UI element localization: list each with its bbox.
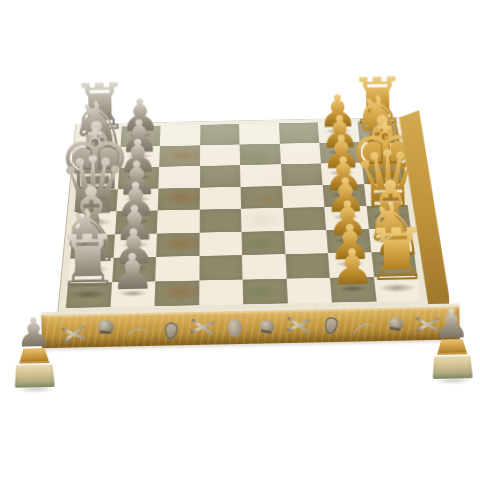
square-e1[interactable] (74, 189, 117, 212)
square-c7[interactable] (326, 229, 371, 253)
square-b8[interactable] (371, 251, 417, 276)
board-top (57, 117, 429, 313)
square-c8[interactable] (368, 228, 413, 252)
square-e7[interactable] (323, 184, 366, 207)
square-g1[interactable] (78, 147, 120, 169)
square-c3[interactable] (156, 232, 199, 256)
square-f6[interactable] (280, 163, 322, 185)
saber-icon (348, 312, 377, 341)
foot-onyx-base (14, 364, 54, 388)
square-f2[interactable] (117, 167, 159, 189)
square-h6[interactable] (278, 122, 319, 143)
square-f8[interactable] (361, 162, 404, 184)
chess-set-photo: ♜♞♝♛♚♝♞♜♟♟♟♟♟♟♟♟♟♟♟♟♟♟♟♟♜♞♝♛♚♝♞♜ ♟ ♟ (0, 0, 480, 480)
square-a8[interactable] (374, 276, 421, 302)
square-e3[interactable] (158, 187, 200, 210)
square-b3[interactable] (155, 256, 199, 281)
crossed-swords-icon (285, 310, 313, 338)
square-a2[interactable] (110, 281, 155, 307)
square-c2[interactable] (113, 233, 157, 257)
square-g2[interactable] (119, 146, 160, 168)
square-d6[interactable] (283, 207, 326, 231)
square-a6[interactable] (286, 277, 332, 303)
breastplate-icon (221, 314, 248, 341)
square-c5[interactable] (242, 231, 285, 255)
chess-board: ♜♞♝♛♚♝♞♜♟♟♟♟♟♟♟♟♟♟♟♟♟♟♟♟♜♞♝♛♚♝♞♜ (57, 117, 429, 313)
square-f5[interactable] (240, 164, 282, 186)
square-f1[interactable] (76, 168, 118, 190)
square-h4[interactable] (200, 124, 240, 145)
square-b1[interactable] (68, 258, 113, 283)
square-g3[interactable] (159, 145, 200, 167)
square-d3[interactable] (157, 210, 199, 234)
square-e4[interactable] (199, 187, 241, 210)
square-b2[interactable] (112, 257, 156, 282)
square-d5[interactable] (241, 208, 284, 232)
square-h3[interactable] (160, 125, 200, 146)
board-grid (66, 121, 421, 308)
square-h5[interactable] (239, 123, 279, 144)
square-f3[interactable] (158, 166, 199, 188)
square-b4[interactable] (199, 255, 243, 280)
foot-onyx-base (432, 355, 472, 379)
square-d4[interactable] (199, 209, 241, 233)
saber-icon (124, 317, 152, 345)
foot-figurine-icon: ♟ (15, 312, 52, 353)
square-f7[interactable] (321, 163, 364, 185)
helmet-icon (92, 314, 120, 342)
square-d7[interactable] (324, 206, 368, 230)
square-d2[interactable] (115, 210, 158, 234)
square-a3[interactable] (154, 280, 199, 306)
square-e2[interactable] (116, 188, 158, 211)
square-b7[interactable] (328, 252, 374, 277)
square-h8[interactable] (357, 121, 399, 142)
square-a1[interactable] (66, 282, 112, 308)
square-h2[interactable] (120, 126, 161, 147)
square-d1[interactable] (72, 211, 116, 235)
square-e8[interactable] (364, 183, 408, 206)
square-g8[interactable] (359, 141, 402, 163)
square-a4[interactable] (199, 279, 243, 305)
square-h1[interactable] (80, 126, 121, 147)
square-c4[interactable] (199, 232, 242, 256)
square-e6[interactable] (282, 185, 325, 208)
scene: ♜♞♝♛♚♝♞♜♟♟♟♟♟♟♟♟♟♟♟♟♟♟♟♟♜♞♝♛♚♝♞♜ (0, 0, 480, 480)
square-a5[interactable] (243, 278, 288, 304)
square-b5[interactable] (242, 254, 286, 279)
helmet-icon (253, 314, 281, 342)
square-d8[interactable] (366, 205, 411, 229)
crossed-swords-icon (59, 318, 88, 347)
square-e5[interactable] (241, 186, 283, 209)
square-b6[interactable] (285, 253, 330, 278)
shield-icon (156, 316, 185, 345)
square-g6[interactable] (279, 143, 320, 165)
corner-foot-right: ♟ (427, 306, 477, 383)
foot-figurine-icon: ♟ (433, 303, 470, 344)
square-a7[interactable] (330, 277, 376, 303)
square-c1[interactable] (70, 234, 114, 258)
square-g4[interactable] (200, 144, 240, 166)
square-g5[interactable] (240, 143, 281, 165)
helmet-icon (381, 311, 409, 339)
corner-foot-left: ♟ (9, 315, 59, 392)
square-f4[interactable] (199, 165, 240, 187)
square-h7[interactable] (318, 122, 359, 143)
square-c6[interactable] (284, 230, 328, 254)
square-g7[interactable] (319, 142, 361, 164)
crossed-swords-icon (188, 312, 216, 340)
shield-icon (318, 312, 345, 339)
